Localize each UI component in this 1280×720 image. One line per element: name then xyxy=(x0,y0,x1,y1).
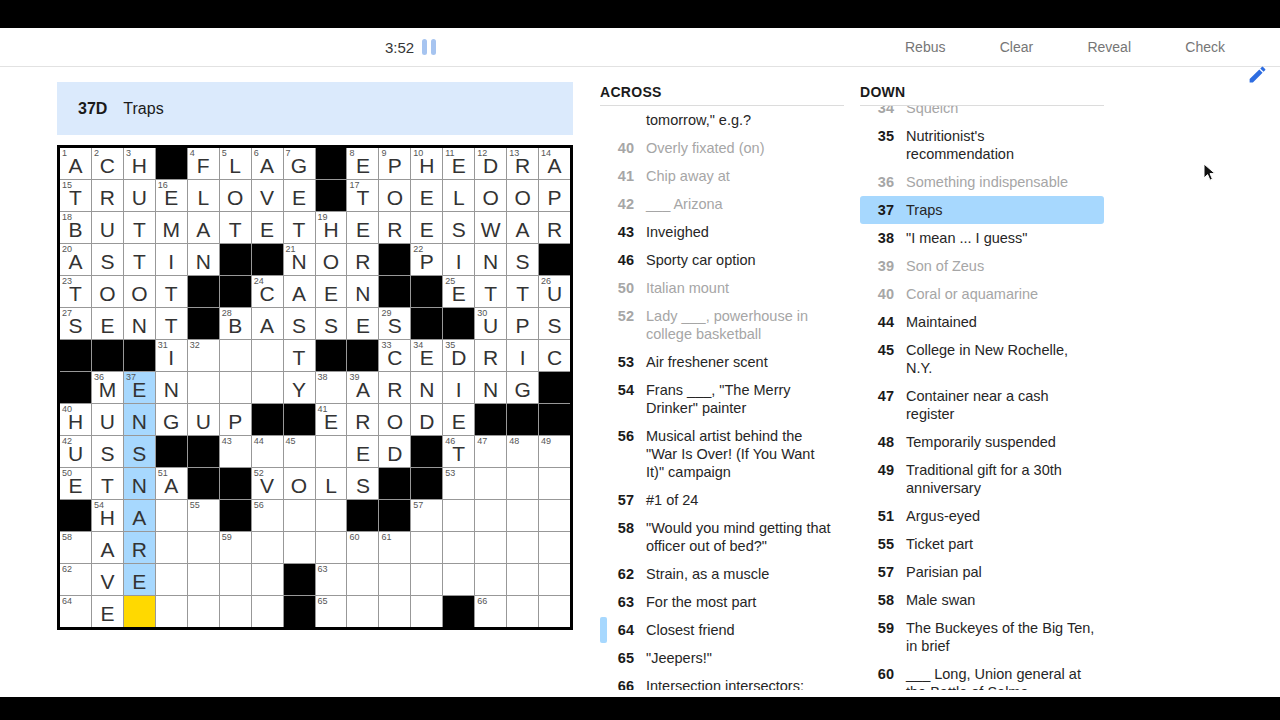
grid-cell-r5c1[interactable]: 23T xyxy=(60,276,91,307)
down-clue-35[interactable]: 35Nutritionist's recommendation xyxy=(860,122,1104,168)
grid-cell-r11c16[interactable] xyxy=(539,468,570,499)
grid-cell-r3c9[interactable]: 19H xyxy=(316,212,347,243)
black-cell xyxy=(411,436,442,467)
grid-cell-r13c9[interactable] xyxy=(316,532,347,563)
grid-cell-r8c14[interactable]: N xyxy=(475,372,506,403)
grid-cell-r8c13[interactable]: I xyxy=(443,372,474,403)
grid-cell-r13c6[interactable]: 59 xyxy=(220,532,251,563)
letterbox-top xyxy=(0,0,1280,28)
grid-cell-r2c10[interactable]: 17T xyxy=(347,180,378,211)
grid-cell-r10c16[interactable]: 49 xyxy=(539,436,570,467)
grid-cell-r4c3[interactable]: T xyxy=(124,244,155,275)
grid-cell-r5c16[interactable]: 26U xyxy=(539,276,570,307)
cell-letter: R xyxy=(483,345,498,371)
black-cell xyxy=(188,276,219,307)
grid-cell-r4c12[interactable]: 22P xyxy=(411,244,442,275)
grid-cell-r12c5[interactable]: 55 xyxy=(188,500,219,531)
letterbox-bottom xyxy=(0,697,1280,720)
grid-cell-r8c12[interactable]: N xyxy=(411,372,442,403)
grid-cell-r1c5[interactable]: 4F xyxy=(188,148,219,179)
grid-cell-r6c6[interactable]: 28B xyxy=(220,308,251,339)
grid-cell-r13c1[interactable]: 58 xyxy=(60,532,91,563)
grid-cell-r6c3[interactable]: N xyxy=(124,308,155,339)
grid-cell-r11c2[interactable]: T xyxy=(92,468,123,499)
grid-cell-r2c8[interactable]: E xyxy=(284,180,315,211)
grid-cell-r6c2[interactable]: E xyxy=(92,308,123,339)
grid-cell-r1c2[interactable]: 2C xyxy=(92,148,123,179)
clue-text: tomorrow," e.g.? xyxy=(646,111,836,129)
across-clue-continuation[interactable]: tomorrow," e.g.? xyxy=(600,106,844,134)
grid-cell-r6c16[interactable]: S xyxy=(539,308,570,339)
grid-cell-r7c11[interactable]: 33C xyxy=(379,340,410,371)
black-cell xyxy=(188,308,219,339)
toolbar: 3:52 RebusClearRevealCheck xyxy=(0,28,1280,67)
grid-cell-r6c1[interactable]: 27S xyxy=(60,308,91,339)
cell-letter: E xyxy=(100,313,114,339)
across-clue-58[interactable]: 58"Would you mind getting that officer o… xyxy=(600,514,844,560)
cell-number: 49 xyxy=(541,436,551,447)
grid-cell-r9c12[interactable]: D xyxy=(411,404,442,435)
cell-number: 1 xyxy=(62,148,67,159)
rebus-button[interactable]: Rebus xyxy=(905,39,945,55)
grid-cell-r5c4[interactable]: T xyxy=(156,276,187,307)
grid-cell-r2c4[interactable]: 16E xyxy=(156,180,187,211)
cell-number: 44 xyxy=(254,436,264,447)
grid-cell-r4c4[interactable]: I xyxy=(156,244,187,275)
grid-cell-r15c14[interactable]: 66 xyxy=(475,596,506,627)
across-clue-54[interactable]: 54Frans ___, "The Merry Drinker" painter xyxy=(600,376,844,422)
cell-number: 15 xyxy=(62,180,72,191)
black-cell xyxy=(316,340,347,371)
grid-cell-r1c12[interactable]: 10H xyxy=(411,148,442,179)
grid-cell-r15c5[interactable] xyxy=(188,596,219,627)
grid-cell-r4c15[interactable]: S xyxy=(507,244,538,275)
grid-cell-r15c6[interactable] xyxy=(220,596,251,627)
down-clue-47[interactable]: 47Container near a cash register xyxy=(860,382,1104,428)
cell-number: 56 xyxy=(254,500,264,511)
grid-cell-r7c5[interactable]: 32 xyxy=(188,340,219,371)
cell-number: 62 xyxy=(62,564,72,575)
grid-cell-r12c8[interactable] xyxy=(284,500,315,531)
grid-cell-r4c13[interactable]: I xyxy=(443,244,474,275)
grid-cell-r3c3[interactable]: T xyxy=(124,212,155,243)
grid-cell-r5c2[interactable]: O xyxy=(92,276,123,307)
grid-cell-r7c16[interactable]: C xyxy=(539,340,570,371)
grid-cell-r14c14[interactable] xyxy=(475,564,506,595)
grid-cell-r3c13[interactable]: S xyxy=(443,212,474,243)
grid-cell-r14c15[interactable] xyxy=(507,564,538,595)
down-clue-59[interactable]: 59The Buckeyes of the Big Ten, in brief xyxy=(860,614,1104,660)
grid-cell-r11c14[interactable] xyxy=(475,468,506,499)
cell-number: 46 xyxy=(445,436,455,447)
across-clue-63[interactable]: 63For the most part xyxy=(600,588,844,616)
grid-cell-r13c16[interactable] xyxy=(539,532,570,563)
black-cell xyxy=(316,148,347,179)
grid-cell-r1c10[interactable]: 8E xyxy=(347,148,378,179)
grid-cell-r2c3[interactable]: U xyxy=(124,180,155,211)
cell-letter: A xyxy=(196,217,210,243)
grid-cell-r3c5[interactable]: A xyxy=(188,212,219,243)
grid-cell-r15c1[interactable]: 64 xyxy=(60,596,91,627)
grid-cell-r7c14[interactable]: R xyxy=(475,340,506,371)
grid-cell-r13c7[interactable] xyxy=(252,532,283,563)
grid-cell-r8c4[interactable]: N xyxy=(156,372,187,403)
cell-letter: E xyxy=(324,281,338,307)
grid-cell-r6c7[interactable]: A xyxy=(252,308,283,339)
clue-text: For the most part xyxy=(646,593,836,611)
grid-cell-r9c4[interactable]: G xyxy=(156,404,187,435)
cell-number: 6 xyxy=(254,148,259,159)
grid-cell-r10c9[interactable] xyxy=(316,436,347,467)
grid-cell-r6c10[interactable]: E xyxy=(347,308,378,339)
grid-cell-r15c9[interactable]: 65 xyxy=(316,596,347,627)
grid-cell-r2c1[interactable]: 15T xyxy=(60,180,91,211)
grid-cell-r14c4[interactable] xyxy=(156,564,187,595)
grid-cell-r8c2[interactable]: 36M xyxy=(92,372,123,403)
grid-cell-r2c5[interactable]: L xyxy=(188,180,219,211)
grid-cell-r10c13[interactable]: 46T xyxy=(443,436,474,467)
grid-cell-r12c3[interactable]: A xyxy=(124,500,155,531)
grid-cell-r14c10[interactable] xyxy=(347,564,378,595)
clue-text: College in New Rochelle, N.Y. xyxy=(906,341,1096,377)
grid-cell-r5c10[interactable]: N xyxy=(347,276,378,307)
grid-cell-r5c14[interactable]: T xyxy=(475,276,506,307)
grid-cell-r12c16[interactable] xyxy=(539,500,570,531)
black-cell xyxy=(539,244,570,275)
pause-icon[interactable] xyxy=(422,39,436,55)
down-clue-40[interactable]: 40Coral or aquamarine xyxy=(860,280,1104,308)
across-clue-41[interactable]: 41Chip away at xyxy=(600,162,844,190)
grid-cell-r10c15[interactable]: 48 xyxy=(507,436,538,467)
grid-cell-r14c12[interactable] xyxy=(411,564,442,595)
across-clue-64[interactable]: 64Closest friend xyxy=(600,616,844,644)
grid-cell-r5c9[interactable]: E xyxy=(316,276,347,307)
grid-cell-r8c15[interactable]: G xyxy=(507,372,538,403)
grid-cell-r11c13[interactable]: 53 xyxy=(443,468,474,499)
clue-number: 37 xyxy=(868,201,894,219)
grid-cell-r5c15[interactable]: T xyxy=(507,276,538,307)
down-clue-58[interactable]: 58Male swan xyxy=(860,586,1104,614)
across-clue-62[interactable]: 62Strain, as a muscle xyxy=(600,560,844,588)
grid-cell-r3c1[interactable]: 18B xyxy=(60,212,91,243)
grid-cell-r3c15[interactable]: A xyxy=(507,212,538,243)
grid-cell-r4c2[interactable]: S xyxy=(92,244,123,275)
grid-cell-r2c14[interactable]: O xyxy=(475,180,506,211)
reveal-button[interactable]: Reveal xyxy=(1087,39,1131,55)
check-button[interactable]: Check xyxy=(1185,39,1225,55)
grid-cell-r1c13[interactable]: 11E xyxy=(443,148,474,179)
black-cell xyxy=(220,468,251,499)
grid-cell-r2c6[interactable]: O xyxy=(220,180,251,211)
cell-letter: V xyxy=(260,185,274,211)
grid-cell-r14c5[interactable] xyxy=(188,564,219,595)
grid-cell-r7c13[interactable]: 35D xyxy=(443,340,474,371)
grid-cell-r3c8[interactable]: T xyxy=(284,212,315,243)
grid-cell-r11c4[interactable]: 51A xyxy=(156,468,187,499)
clue-text: Inveighed xyxy=(646,223,836,241)
grid-cell-r6c11[interactable]: 29S xyxy=(379,308,410,339)
grid-cell-r8c9[interactable]: 38 xyxy=(316,372,347,403)
clear-button[interactable]: Clear xyxy=(1000,39,1033,55)
grid-cell-r15c10[interactable] xyxy=(347,596,378,627)
grid-cell-r14c1[interactable]: 62 xyxy=(60,564,91,595)
grid-cell-r10c6[interactable]: 43 xyxy=(220,436,251,467)
grid-cell-r10c2[interactable]: S xyxy=(92,436,123,467)
grid-cell-r15c7[interactable] xyxy=(252,596,283,627)
across-clue-50[interactable]: 50Italian mount xyxy=(600,274,844,302)
grid-cell-r10c14[interactable]: 47 xyxy=(475,436,506,467)
grid-cell-r10c1[interactable]: 42U xyxy=(60,436,91,467)
across-clue-52[interactable]: 52Lady ___, powerhouse in college basket… xyxy=(600,302,844,348)
grid-cell-r6c4[interactable]: T xyxy=(156,308,187,339)
grid-cell-r1c16[interactable]: 14A xyxy=(539,148,570,179)
grid-cell-r9c3[interactable]: N xyxy=(124,404,155,435)
grid-cell-r12c12[interactable]: 57 xyxy=(411,500,442,531)
black-cell xyxy=(347,340,378,371)
grid-cell-r12c4[interactable] xyxy=(156,500,187,531)
grid-cell-r11c1[interactable]: 50E xyxy=(60,468,91,499)
grid-cell-r13c10[interactable]: 60 xyxy=(347,532,378,563)
down-clue-36[interactable]: 36Something indispensable xyxy=(860,168,1104,196)
cell-letter: S xyxy=(132,441,146,467)
grid-cell-r1c14[interactable]: 12D xyxy=(475,148,506,179)
clue-text: Lady ___, powerhouse in college basketba… xyxy=(646,307,836,343)
grid-cell-r15c3[interactable] xyxy=(124,596,155,627)
down-header: DOWN xyxy=(860,84,1104,100)
grid-cell-r11c10[interactable]: S xyxy=(347,468,378,499)
grid-cell-r7c7[interactable] xyxy=(252,340,283,371)
across-clue-57[interactable]: 57#1 of 24 xyxy=(600,486,844,514)
down-clue-49[interactable]: 49Traditional gift for a 30th anniversar… xyxy=(860,456,1104,502)
grid-cell-r10c11[interactable]: D xyxy=(379,436,410,467)
grid-cell-r4c8[interactable]: 21N xyxy=(284,244,315,275)
grid-cell-r1c8[interactable]: 7G xyxy=(284,148,315,179)
grid-cell-r4c9[interactable]: O xyxy=(316,244,347,275)
cell-number: 10 xyxy=(413,148,423,159)
grid-cell-r14c11[interactable] xyxy=(379,564,410,595)
grid-cell-r6c8[interactable]: S xyxy=(284,308,315,339)
cell-number: 36 xyxy=(94,372,104,383)
down-clue-60[interactable]: 60___ Long, Union general at the Battle … xyxy=(860,660,1104,690)
grid-cell-r9c10[interactable]: R xyxy=(347,404,378,435)
cell-letter: P xyxy=(548,185,562,211)
grid-cell-r15c2[interactable]: E xyxy=(92,596,123,627)
grid-cell-r8c5[interactable] xyxy=(188,372,219,403)
down-clue-55[interactable]: 55Ticket part xyxy=(860,530,1104,558)
grid-cell-r7c8[interactable]: T xyxy=(284,340,315,371)
grid-cell-r8c6[interactable] xyxy=(220,372,251,403)
across-clue-46[interactable]: 46Sporty car option xyxy=(600,246,844,274)
grid-cell-r8c10[interactable]: 39A xyxy=(347,372,378,403)
grid-cell-r1c1[interactable]: 1A xyxy=(60,148,91,179)
grid-cell-r14c13[interactable] xyxy=(443,564,474,595)
grid-cell-r1c3[interactable]: 3H xyxy=(124,148,155,179)
grid-cell-r9c5[interactable]: U xyxy=(188,404,219,435)
grid-cell-r10c7[interactable]: 44 xyxy=(252,436,283,467)
down-clue-48[interactable]: 48Temporarily suspended xyxy=(860,428,1104,456)
grid-cell-r5c3[interactable]: O xyxy=(124,276,155,307)
grid-cell-r12c2[interactable]: 54H xyxy=(92,500,123,531)
grid-cell-r11c15[interactable] xyxy=(507,468,538,499)
grid-cell-r9c1[interactable]: 40H xyxy=(60,404,91,435)
down-clue-38[interactable]: 38"I mean ... I guess" xyxy=(860,224,1104,252)
grid-cell-r13c14[interactable] xyxy=(475,532,506,563)
cell-number: 28 xyxy=(222,308,232,319)
grid-cell-r3c7[interactable]: E xyxy=(252,212,283,243)
grid-cell-r8c3[interactable]: 37E xyxy=(124,372,155,403)
grid-cell-r6c14[interactable]: 30U xyxy=(475,308,506,339)
grid-cell-r6c15[interactable]: P xyxy=(507,308,538,339)
grid-cell-r4c5[interactable]: N xyxy=(188,244,219,275)
grid-cell-r4c1[interactable]: 20A xyxy=(60,244,91,275)
grid-cell-r5c7[interactable]: 24C xyxy=(252,276,283,307)
grid-cell-r7c4[interactable]: 31I xyxy=(156,340,187,371)
grid-cell-r2c12[interactable]: E xyxy=(411,180,442,211)
across-clue-43[interactable]: 43Inveighed xyxy=(600,218,844,246)
grid-cell-r4c14[interactable]: N xyxy=(475,244,506,275)
cell-number: 37 xyxy=(126,372,136,383)
grid-cell-r4c10[interactable]: R xyxy=(347,244,378,275)
grid-cell-r12c7[interactable]: 56 xyxy=(252,500,283,531)
grid-cell-r13c3[interactable]: R xyxy=(124,532,155,563)
cell-letter: A xyxy=(68,153,82,179)
grid-cell-r14c7[interactable] xyxy=(252,564,283,595)
across-clue-42[interactable]: 42___ Arizona xyxy=(600,190,844,218)
grid-cell-r6c9[interactable]: S xyxy=(316,308,347,339)
cell-letter: E xyxy=(356,441,370,467)
grid-cell-r13c8[interactable] xyxy=(284,532,315,563)
pencil-icon[interactable] xyxy=(1247,64,1268,85)
grid-cell-r10c3[interactable]: S xyxy=(124,436,155,467)
cell-letter: I xyxy=(168,249,174,275)
grid-cell-r3c2[interactable]: U xyxy=(92,212,123,243)
grid-cell-r14c6[interactable] xyxy=(220,564,251,595)
grid-cell-r13c13[interactable] xyxy=(443,532,474,563)
grid-cell-r2c11[interactable]: O xyxy=(379,180,410,211)
black-cell xyxy=(252,244,283,275)
grid-cell-r2c2[interactable]: R xyxy=(92,180,123,211)
grid-cell-r13c11[interactable]: 61 xyxy=(379,532,410,563)
grid-cell-r9c6[interactable]: P xyxy=(220,404,251,435)
grid-cell-r13c5[interactable] xyxy=(188,532,219,563)
grid-cell-r1c6[interactable]: 5L xyxy=(220,148,251,179)
grid-cell-r9c9[interactable]: 41E xyxy=(316,404,347,435)
grid-cell-r2c16[interactable]: P xyxy=(539,180,570,211)
grid-cell-r3c6[interactable]: T xyxy=(220,212,251,243)
down-clue-39[interactable]: 39Son of Zeus xyxy=(860,252,1104,280)
grid-cell-r9c13[interactable]: E xyxy=(443,404,474,435)
grid-cell-r5c13[interactable]: 25E xyxy=(443,276,474,307)
across-clue-40[interactable]: 40Overly fixated (on) xyxy=(600,134,844,162)
grid-cell-r5c8[interactable]: A xyxy=(284,276,315,307)
down-clue-51[interactable]: 51Argus-eyed xyxy=(860,502,1104,530)
grid-cell-r8c11[interactable]: R xyxy=(379,372,410,403)
grid-cell-r13c12[interactable] xyxy=(411,532,442,563)
across-clue-56[interactable]: 56Musical artist behind the "War Is Over… xyxy=(600,422,844,486)
grid-cell-r10c8[interactable]: 45 xyxy=(284,436,315,467)
grid-cell-r3c10[interactable]: E xyxy=(347,212,378,243)
toolbar-buttons: RebusClearRevealCheck xyxy=(905,28,1225,66)
grid-cell-r10c10[interactable]: E xyxy=(347,436,378,467)
cell-number: 64 xyxy=(62,596,72,607)
grid-cell-r14c2[interactable]: V xyxy=(92,564,123,595)
grid-cell-r2c7[interactable]: V xyxy=(252,180,283,211)
grid-cell-r9c11[interactable]: O xyxy=(379,404,410,435)
grid-cell-r7c6[interactable] xyxy=(220,340,251,371)
grid-cell-r13c2[interactable]: A xyxy=(92,532,123,563)
cell-letter: S xyxy=(292,313,306,339)
down-clue-45[interactable]: 45College in New Rochelle, N.Y. xyxy=(860,336,1104,382)
cell-number: 12 xyxy=(477,148,487,159)
clue-number: 62 xyxy=(608,565,634,583)
grid-cell-r12c13[interactable] xyxy=(443,500,474,531)
grid-cell-r11c3[interactable]: N xyxy=(124,468,155,499)
cell-number: 59 xyxy=(222,532,232,543)
cell-number: 60 xyxy=(349,532,359,543)
grid-cell-r14c3[interactable]: E xyxy=(124,564,155,595)
grid-cell-r15c16[interactable] xyxy=(539,596,570,627)
down-clue-37[interactable]: 37Traps xyxy=(860,196,1104,224)
grid-cell-r1c15[interactable]: 13R xyxy=(507,148,538,179)
across-clue-53[interactable]: 53Air freshener scent xyxy=(600,348,844,376)
grid-cell-r8c8[interactable]: Y xyxy=(284,372,315,403)
clue-number: 43 xyxy=(608,223,634,241)
grid-cell-r1c11[interactable]: 9P xyxy=(379,148,410,179)
grid-cell-r3c4[interactable]: M xyxy=(156,212,187,243)
grid-cell-r1c7[interactable]: 6A xyxy=(252,148,283,179)
grid-cell-r7c15[interactable]: I xyxy=(507,340,538,371)
grid-cell-r12c15[interactable] xyxy=(507,500,538,531)
down-clue-57[interactable]: 57Parisian pal xyxy=(860,558,1104,586)
grid-cell-r11c7[interactable]: 52V xyxy=(252,468,283,499)
clue-text: Container near a cash register xyxy=(906,387,1096,423)
grid-cell-r3c12[interactable]: E xyxy=(411,212,442,243)
grid-cell-r15c15[interactable] xyxy=(507,596,538,627)
cell-letter: N xyxy=(419,377,434,403)
grid-cell-r14c9[interactable]: 63 xyxy=(316,564,347,595)
grid-cell-r15c11[interactable] xyxy=(379,596,410,627)
grid-cell-r3c11[interactable]: R xyxy=(379,212,410,243)
grid-cell-r11c9[interactable]: L xyxy=(316,468,347,499)
grid-cell-r8c7[interactable] xyxy=(252,372,283,403)
grid-cell-r13c15[interactable] xyxy=(507,532,538,563)
cell-number: 25 xyxy=(445,276,455,287)
down-clue-34[interactable]: 34Squelch xyxy=(860,106,1104,122)
grid-cell-r15c4[interactable] xyxy=(156,596,187,627)
grid-cell-r12c9[interactable] xyxy=(316,500,347,531)
grid-cell-r7c12[interactable]: 34E xyxy=(411,340,442,371)
grid-cell-r9c2[interactable]: U xyxy=(92,404,123,435)
grid-cell-r15c12[interactable] xyxy=(411,596,442,627)
grid-cell-r11c8[interactable]: O xyxy=(284,468,315,499)
black-cell xyxy=(220,244,251,275)
cell-number: 38 xyxy=(318,372,328,383)
cell-letter: U xyxy=(100,409,115,435)
across-clue-66[interactable]: 66Intersection intersectors: Abbr. xyxy=(600,672,844,690)
grid-cell-r12c14[interactable] xyxy=(475,500,506,531)
grid-cell-r2c15[interactable]: O xyxy=(507,180,538,211)
grid-cell-r2c13[interactable]: L xyxy=(443,180,474,211)
cell-number: 4 xyxy=(190,148,195,159)
grid-cell-r3c14[interactable]: W xyxy=(475,212,506,243)
across-clue-65[interactable]: 65"Jeepers!" xyxy=(600,644,844,672)
grid-cell-r13c4[interactable] xyxy=(156,532,187,563)
grid-cell-r14c16[interactable] xyxy=(539,564,570,595)
grid-cell-r3c16[interactable]: R xyxy=(539,212,570,243)
down-clue-44[interactable]: 44Maintained xyxy=(860,308,1104,336)
cell-letter: S xyxy=(100,441,114,467)
black-cell xyxy=(539,404,570,435)
